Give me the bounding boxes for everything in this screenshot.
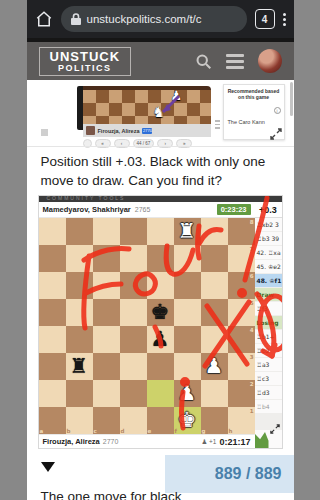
expand-arrows-icon[interactable]	[270, 128, 282, 140]
previous-post-strip: ♟ ♞ Firouzja, Alireza 2770 « ‹ 44 / 67 ›…	[27, 80, 294, 147]
rank-label: 8	[250, 219, 254, 225]
square-b7[interactable]	[66, 245, 93, 272]
analysis-panel[interactable]: +0.3 ♖xb2 3♖b3 3942. ♖xa45. ♔e248. ♔f1Dr…	[255, 202, 282, 448]
square-h4[interactable]: 4	[228, 326, 255, 353]
square-b3[interactable]: ♜	[66, 353, 93, 380]
thumb-move-arrow	[83, 90, 211, 124]
thumb-rating-chip: 2770	[142, 128, 152, 134]
square-h2[interactable]: 2	[228, 380, 255, 407]
quote-bullet	[41, 129, 48, 136]
top-player-rating: 2765	[135, 206, 151, 213]
url-text: unstuckpolitics.com/t/c	[87, 13, 202, 25]
file-label: a	[40, 428, 44, 434]
square-d1[interactable]: d	[120, 407, 147, 434]
white-king[interactable]: ♚	[174, 407, 201, 434]
square-c7[interactable]	[93, 245, 120, 272]
black-rook[interactable]: ♜	[66, 353, 93, 380]
square-h7[interactable]: 7	[228, 245, 255, 272]
top-player-clock: 0:23:23	[217, 204, 251, 215]
user-avatar[interactable]	[258, 49, 282, 73]
bottom-player-clock: 0:21:17	[219, 437, 250, 447]
address-bar[interactable]: unstuckpolitics.com/t/c	[61, 6, 247, 32]
square-d7[interactable]	[120, 245, 147, 272]
square-e7[interactable]	[147, 245, 174, 272]
square-h1[interactable]: 1h	[228, 407, 255, 434]
list-icon	[215, 120, 220, 129]
move-row[interactable]: ♖b4	[255, 400, 282, 413]
move-row[interactable]: ♖a3	[255, 358, 282, 371]
progress-count: 889 / 889	[215, 465, 282, 483]
square-e8[interactable]	[147, 218, 174, 245]
move-row[interactable]: ♖b1+	[255, 330, 282, 343]
thumb-player-avatar	[86, 126, 95, 135]
file-label: b	[67, 428, 71, 434]
bottom-player-bar: Firouzja, Alireza 2770 ♟ +1 0:21:17	[39, 434, 255, 448]
square-f7[interactable]	[174, 245, 201, 272]
site-logo[interactable]: UNSTUCK POLITICS	[39, 47, 132, 76]
rank-label: 5	[250, 300, 254, 306]
recommended-opening[interactable]: The Caro Kann	[228, 119, 265, 125]
square-b6[interactable]	[66, 272, 93, 299]
square-a4[interactable]	[39, 326, 66, 353]
square-g5[interactable]	[201, 299, 228, 326]
file-label: e	[148, 428, 152, 434]
topic-progress[interactable]: 889 / 889	[165, 455, 294, 493]
material-count: ♟ +1	[201, 438, 216, 446]
square-b1[interactable]: b	[66, 407, 93, 434]
square-b8[interactable]	[66, 218, 93, 245]
image-expand-icon[interactable]	[270, 424, 280, 434]
square-d5[interactable]	[120, 299, 147, 326]
rank-label: 3	[250, 354, 254, 360]
black-pawn[interactable]: ♟	[147, 326, 174, 353]
rank-label: 1	[250, 408, 254, 414]
rank-label: 2	[250, 381, 254, 387]
square-a5[interactable]	[39, 299, 66, 326]
square-f4[interactable]	[174, 326, 201, 353]
square-e5[interactable]: ♚	[147, 299, 174, 326]
square-a7[interactable]	[39, 245, 66, 272]
collapse-triangle[interactable]	[41, 462, 55, 472]
square-h8[interactable]: 8	[228, 218, 255, 245]
top-player-bar: Mamedyarov, Shakhriyar 2765 0:23:23	[39, 202, 255, 218]
square-f2[interactable]: ♟	[174, 380, 201, 407]
result-badge[interactable]: Losing	[255, 316, 282, 329]
square-d3[interactable]	[120, 353, 147, 380]
move-row[interactable]: 45. ♔e2	[255, 260, 282, 273]
browser-menu-icon[interactable]	[283, 13, 286, 26]
square-e1[interactable]: e	[147, 407, 174, 434]
result-badge[interactable]: Draw	[255, 288, 282, 301]
square-c5[interactable]	[93, 299, 120, 326]
lock-icon	[71, 13, 81, 25]
chess-analysis-image[interactable]: COMMUNITY TOOLS Mamedyarov, Shakhriyar 2…	[39, 196, 282, 448]
white-pawn[interactable]: ♟	[174, 380, 201, 407]
square-c8[interactable]	[93, 218, 120, 245]
move-row[interactable]: ♖c3	[255, 372, 282, 385]
chess-board[interactable]: ♜876♚5♟4♜♟3♟2abcdef♚g1h	[39, 218, 255, 434]
square-h6[interactable]: 6	[228, 272, 255, 299]
square-f5[interactable]	[174, 299, 201, 326]
square-g4[interactable]	[201, 326, 228, 353]
move-row[interactable]: ♖d3	[255, 386, 282, 399]
white-pawn[interactable]: ♟	[201, 353, 228, 380]
divider	[27, 146, 294, 147]
square-e2[interactable]	[147, 380, 174, 407]
chess-thumbnail[interactable]: ♟ ♞	[83, 86, 211, 124]
square-d4[interactable]	[120, 326, 147, 353]
square-f3[interactable]	[174, 353, 201, 380]
square-h3[interactable]: 3	[228, 353, 255, 380]
file-label: h	[229, 428, 233, 434]
square-g1[interactable]: g	[201, 407, 228, 434]
rank-label: 6	[250, 273, 254, 279]
scrollbar[interactable]	[290, 82, 293, 116]
move-row[interactable]: 42. ♖xa	[255, 246, 282, 259]
square-g2[interactable]	[201, 380, 228, 407]
post-text: Position still +.03. Black with only one…	[41, 152, 281, 190]
square-b2[interactable]	[66, 380, 93, 407]
move-row[interactable]: ♖b2	[255, 344, 282, 357]
square-c3[interactable]	[93, 353, 120, 380]
square-c4[interactable]	[93, 326, 120, 353]
square-c1[interactable]: c	[93, 407, 120, 434]
move-row[interactable]: 48. ♔f1	[255, 274, 282, 287]
move-row[interactable]: ♖xb2 3	[255, 218, 282, 231]
square-f6[interactable]	[174, 272, 201, 299]
file-label: g	[202, 428, 206, 434]
black-king[interactable]: ♚	[147, 299, 174, 326]
move-row[interactable]: ♖b3 39	[255, 232, 282, 245]
square-b5[interactable]	[66, 299, 93, 326]
bottom-player-rating: 2770	[103, 438, 119, 445]
square-a3[interactable]	[39, 353, 66, 380]
white-rook[interactable]: ♜	[174, 218, 201, 245]
square-d8[interactable]	[120, 218, 147, 245]
home-icon[interactable]	[35, 10, 53, 28]
square-f8[interactable]: ♜	[174, 218, 201, 245]
square-e6[interactable]	[147, 272, 174, 299]
search-icon[interactable]	[195, 53, 212, 70]
square-a2[interactable]	[39, 380, 66, 407]
thumb-player-bar: Firouzja, Alireza 2770	[83, 124, 211, 137]
square-a1[interactable]: a	[39, 407, 66, 434]
top-player-name: Mamedyarov, Shakhriyar	[43, 205, 131, 214]
square-a8[interactable]	[39, 218, 66, 245]
square-a6[interactable]	[39, 272, 66, 299]
square-b4[interactable]	[66, 326, 93, 353]
square-c6[interactable]	[93, 272, 120, 299]
rank-label: 4	[250, 327, 254, 333]
tab-counter[interactable]: 4	[255, 9, 275, 29]
square-g8[interactable]	[201, 218, 228, 245]
info-icon[interactable]: i	[274, 107, 281, 114]
square-h5[interactable]: 5	[228, 299, 255, 326]
evaluation-score: +0.3	[255, 202, 282, 218]
square-d6[interactable]	[120, 272, 147, 299]
move-row[interactable]: ♖f3	[255, 302, 282, 315]
square-e4[interactable]: ♟	[147, 326, 174, 353]
screenshot-root: unstuckpolitics.com/t/c 4 UNSTUCK POLITI…	[27, 0, 294, 500]
square-f1[interactable]: f♚	[174, 407, 201, 434]
next-post-partial-text: The one move for black	[41, 489, 291, 500]
rank-label: 7	[250, 246, 254, 252]
square-g6[interactable]	[201, 272, 228, 299]
square-c2[interactable]	[93, 380, 120, 407]
bottom-player-name: Firouzja, Alireza	[43, 437, 100, 446]
square-g7[interactable]	[201, 245, 228, 272]
square-e3[interactable]	[147, 353, 174, 380]
browser-toolbar: unstuckpolitics.com/t/c 4	[27, 0, 294, 38]
file-label: d	[121, 428, 125, 434]
square-d2[interactable]	[120, 380, 147, 407]
file-label: c	[94, 428, 97, 434]
site-header: UNSTUCK POLITICS	[27, 42, 294, 80]
square-g3[interactable]: ♟	[201, 353, 228, 380]
hamburger-menu-icon[interactable]	[226, 54, 244, 69]
